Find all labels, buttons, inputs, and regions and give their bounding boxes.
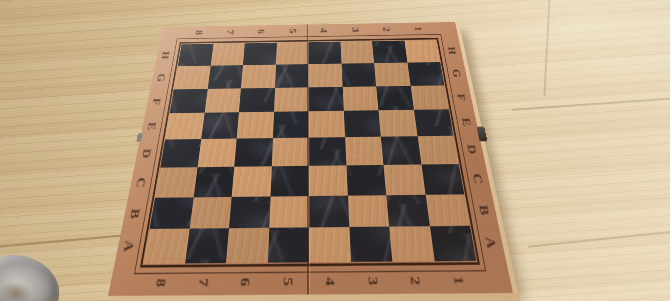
square-f3 (342, 86, 378, 111)
square-f8 (170, 88, 208, 113)
square-g8 (174, 65, 210, 88)
plastic-bag-contents (0, 278, 35, 301)
square-e3 (343, 111, 380, 138)
label-top-4: 4 (317, 15, 330, 46)
square-g7 (207, 65, 243, 89)
label-right-f: F (448, 88, 474, 106)
label-bottom-4: 4 (320, 253, 340, 301)
square-f5 (274, 87, 309, 112)
square-c5 (270, 166, 309, 196)
square-f2 (376, 85, 413, 110)
square-b2 (386, 194, 429, 227)
label-right-c: C (463, 168, 492, 190)
label-right-h: H (440, 43, 464, 59)
chessboard: 87654321 87654321 HGFEDCBA HGFEDCBA (108, 22, 513, 296)
square-e4 (308, 111, 344, 138)
label-top-6: 6 (254, 16, 268, 47)
label-bottom-6: 6 (234, 254, 257, 301)
label-right-a: A (475, 231, 507, 256)
square-b3 (347, 195, 389, 228)
square-g2 (374, 62, 410, 86)
square-g3 (341, 63, 376, 87)
square-e8 (165, 113, 204, 140)
label-left-b: B (120, 202, 150, 225)
label-right-d: D (458, 139, 486, 160)
square-d1 (417, 136, 458, 164)
square-b6 (229, 196, 270, 229)
square-c6 (232, 166, 272, 196)
square-d2 (381, 136, 421, 164)
square-c1 (421, 164, 464, 194)
label-top-5: 5 (286, 16, 299, 47)
square-g1 (407, 62, 444, 86)
square-g4 (308, 63, 342, 87)
square-e1 (414, 110, 454, 137)
square-g6 (241, 64, 276, 88)
square-b7 (189, 196, 232, 228)
label-top-3: 3 (348, 15, 363, 46)
square-c8 (155, 167, 197, 197)
square-e7 (201, 112, 239, 139)
square-c4 (309, 165, 348, 195)
label-left-c: C (126, 171, 155, 193)
photo-scene: 87654321 87654321 HGFEDCBA HGFEDCBA (0, 0, 670, 301)
square-b5 (269, 196, 309, 229)
square-d7 (197, 139, 236, 167)
label-right-e: E (453, 113, 480, 132)
label-left-a: A (113, 234, 144, 259)
square-b8 (150, 197, 194, 229)
square-d8 (160, 139, 201, 167)
square-g5 (275, 64, 309, 88)
square-b4 (309, 195, 349, 228)
label-right-g: G (444, 65, 469, 82)
square-f4 (308, 86, 343, 111)
square-e2 (378, 110, 417, 137)
square-d3 (345, 137, 384, 165)
label-left-d: D (133, 143, 161, 163)
square-f6 (239, 87, 275, 112)
square-c3 (346, 165, 386, 195)
square-e5 (273, 111, 309, 138)
label-left-h: H (153, 47, 177, 63)
square-d5 (271, 138, 308, 166)
square-c2 (383, 164, 425, 194)
label-left-g: G (149, 69, 174, 86)
board-grid (144, 40, 477, 264)
square-e6 (237, 112, 274, 139)
label-bottom-5: 5 (277, 254, 297, 301)
square-d4 (309, 137, 346, 165)
label-right-b: B (469, 198, 500, 222)
label-top-7: 7 (222, 17, 238, 48)
rank-labels-bottom: 87654321 (138, 267, 482, 295)
square-c7 (193, 166, 234, 196)
square-f7 (204, 88, 241, 113)
square-b1 (425, 194, 470, 227)
square-f1 (410, 85, 449, 110)
label-bottom-3: 3 (362, 253, 385, 301)
square-d6 (234, 138, 272, 166)
label-left-f: F (144, 92, 170, 110)
